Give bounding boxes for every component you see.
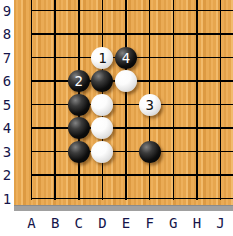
column-label-D: D: [94, 215, 110, 231]
row-label-6: 6: [0, 73, 15, 89]
stone-black-F3: [139, 141, 161, 163]
stone-white-D3: [91, 141, 113, 163]
stone-black-C3: [68, 141, 90, 163]
column-label-H: H: [189, 215, 205, 231]
column-label-B: B: [47, 215, 63, 231]
column-label-J: J: [213, 215, 229, 231]
go-board-diagram: 1423 ABCDEFGHJ987654321: [0, 0, 233, 236]
stone-grid: 1423: [20, 0, 233, 210]
move-number: 1: [98, 47, 106, 69]
move-number: 3: [145, 94, 153, 116]
column-label-E: E: [118, 215, 134, 231]
row-label-1: 1: [0, 191, 15, 207]
stone-black-C5: [68, 94, 90, 116]
row-label-8: 8: [0, 26, 15, 42]
row-label-3: 3: [0, 144, 15, 160]
stone-white-D5: [91, 94, 113, 116]
row-label-9: 9: [0, 3, 15, 19]
move-number: 4: [122, 47, 130, 69]
stone-white-D7: 1: [91, 47, 113, 69]
stone-black-E7: 4: [115, 47, 137, 69]
stone-white-E6: [115, 70, 137, 92]
stone-white-F5: 3: [139, 94, 161, 116]
stone-black-C6: 2: [68, 70, 90, 92]
column-label-G: G: [165, 215, 181, 231]
column-label-A: A: [24, 215, 40, 231]
row-label-5: 5: [0, 97, 15, 113]
column-label-C: C: [71, 215, 87, 231]
row-label-2: 2: [0, 167, 15, 183]
stone-black-D6: [91, 70, 113, 92]
stone-black-C4: [68, 117, 90, 139]
stone-white-D4: [91, 117, 113, 139]
column-label-F: F: [142, 215, 158, 231]
row-label-4: 4: [0, 120, 15, 136]
move-number: 2: [75, 70, 83, 92]
row-label-7: 7: [0, 50, 15, 66]
